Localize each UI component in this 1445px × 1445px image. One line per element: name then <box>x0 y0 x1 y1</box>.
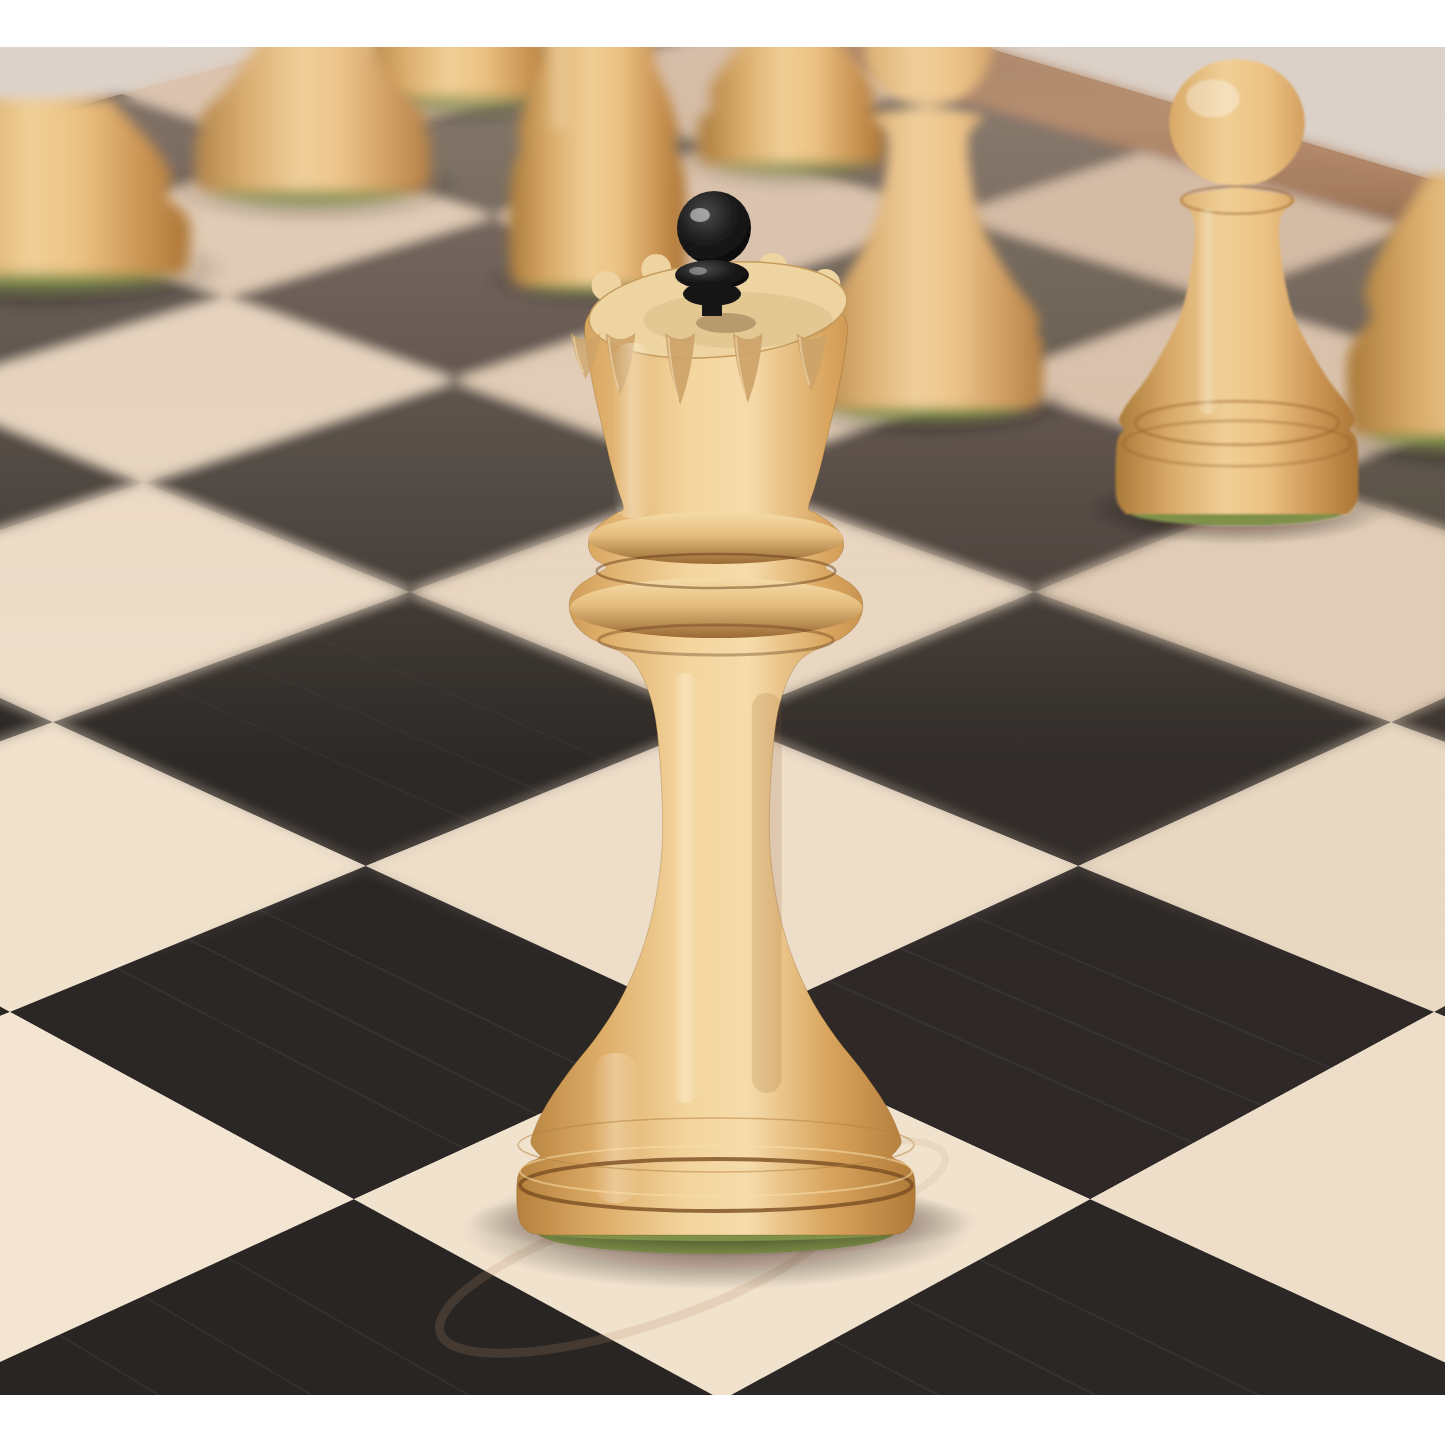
chessboard-photo <box>0 47 1445 1395</box>
photo-area <box>0 47 1445 1395</box>
letterbox-top <box>0 0 1445 47</box>
letterbox-bottom <box>0 1395 1445 1445</box>
chess-photo-page <box>0 0 1445 1445</box>
